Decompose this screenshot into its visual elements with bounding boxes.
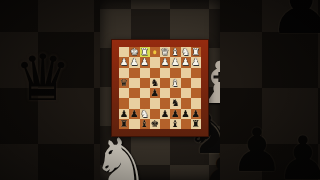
white-pawn-h2: ♟ xyxy=(120,57,129,67)
video-frame: ♛ ♟ ♟ ♟ ♞ ♝ ♞ ♟ ♚♜♛♝♞♜♟♟♟♟♟♟♟♛♞♝♟♞♟♟♞♟♟♟… xyxy=(0,0,320,180)
black-queen-h4: ♛ xyxy=(120,78,129,88)
square-b6[interactable] xyxy=(181,98,191,108)
square-g3[interactable] xyxy=(129,68,139,78)
square-h6[interactable] xyxy=(119,98,129,108)
chess-board: ♚♜♛♝♞♜♟♟♟♟♟♟♟♛♞♝♟♞♟♟♞♟♟♟♟♜♝♚♝♜ xyxy=(112,40,208,136)
white-pawn-f2: ♟ xyxy=(140,57,149,67)
square-e6[interactable] xyxy=(150,98,160,108)
white-bishop-c4: ♝ xyxy=(171,78,180,88)
square-b8[interactable] xyxy=(181,119,191,129)
square-d6[interactable] xyxy=(160,98,170,108)
square-h4[interactable]: ♛ xyxy=(119,78,129,88)
square-g2[interactable]: ♟ xyxy=(129,57,139,67)
square-a5[interactable] xyxy=(191,88,201,98)
square-d4[interactable] xyxy=(160,78,170,88)
white-pawn-g2: ♟ xyxy=(130,57,139,67)
square-b4[interactable] xyxy=(181,78,191,88)
white-pawn-c2: ♟ xyxy=(171,57,180,67)
white-pawn-b2: ♟ xyxy=(181,57,190,67)
square-b5[interactable] xyxy=(181,88,191,98)
square-e1[interactable] xyxy=(150,47,160,57)
square-e2[interactable] xyxy=(150,57,160,67)
square-b7[interactable]: ♟ xyxy=(181,109,191,119)
white-pawn-d2: ♟ xyxy=(161,57,170,67)
square-f2[interactable]: ♟ xyxy=(140,57,150,67)
black-pawn-e5: ♟ xyxy=(151,88,160,98)
square-e8[interactable]: ♚ xyxy=(150,119,160,129)
square-g5[interactable] xyxy=(129,88,139,98)
square-f5[interactable] xyxy=(140,88,150,98)
square-d2[interactable]: ♟ xyxy=(160,57,170,67)
square-b3[interactable] xyxy=(181,68,191,78)
black-bishop-f8: ♝ xyxy=(140,119,149,129)
white-pawn-a2: ♟ xyxy=(192,57,201,67)
square-g4[interactable] xyxy=(129,78,139,88)
square-c2[interactable]: ♟ xyxy=(170,57,180,67)
square-a4[interactable] xyxy=(191,78,201,88)
square-g7[interactable]: ♟ xyxy=(129,109,139,119)
square-f4[interactable] xyxy=(140,78,150,88)
black-pawn-b7: ♟ xyxy=(181,109,190,119)
square-h8[interactable]: ♜ xyxy=(119,119,129,129)
square-d5[interactable] xyxy=(160,88,170,98)
black-king-e8: ♚ xyxy=(151,119,160,129)
square-a3[interactable] xyxy=(191,68,201,78)
chess-board-grid: ♚♜♛♝♞♜♟♟♟♟♟♟♟♛♞♝♟♞♟♟♞♟♟♟♟♜♝♚♝♜ xyxy=(119,47,201,129)
black-rook-a8: ♜ xyxy=(192,119,201,129)
black-knight-c6: ♞ xyxy=(171,98,180,108)
square-b2[interactable]: ♟ xyxy=(181,57,191,67)
black-rook-h8: ♜ xyxy=(120,119,129,129)
white-knight-photo-icon: ♞ xyxy=(100,130,149,180)
black-pawn-g7: ♟ xyxy=(130,109,139,119)
square-g8[interactable] xyxy=(129,119,139,129)
square-c4[interactable]: ♝ xyxy=(170,78,180,88)
black-pawn-d7: ♟ xyxy=(161,109,170,119)
square-f3[interactable] xyxy=(140,68,150,78)
black-bishop-c8: ♝ xyxy=(171,119,180,129)
square-d8[interactable] xyxy=(160,119,170,129)
black-pawn-photo-icon: ♟ xyxy=(202,144,220,180)
square-e5[interactable]: ♟ xyxy=(150,88,160,98)
square-g6[interactable] xyxy=(129,98,139,108)
square-a2[interactable]: ♟ xyxy=(191,57,201,67)
square-c8[interactable]: ♝ xyxy=(170,119,180,129)
square-a6[interactable] xyxy=(191,98,201,108)
square-f6[interactable] xyxy=(140,98,150,108)
square-h2[interactable]: ♟ xyxy=(119,57,129,67)
square-d7[interactable]: ♟ xyxy=(160,109,170,119)
square-d3[interactable] xyxy=(160,68,170,78)
square-f8[interactable]: ♝ xyxy=(140,119,150,129)
square-a8[interactable]: ♜ xyxy=(191,119,201,129)
square-h5[interactable] xyxy=(119,88,129,98)
square-c6[interactable]: ♞ xyxy=(170,98,180,108)
